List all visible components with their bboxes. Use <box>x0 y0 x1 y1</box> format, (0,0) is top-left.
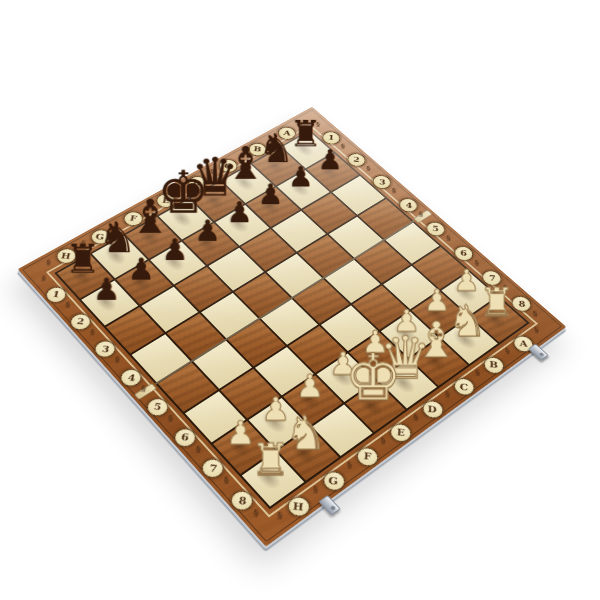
border-label-text: E <box>161 196 170 204</box>
piece-light-pawn-a7[interactable]: ♟ <box>454 267 481 295</box>
border-ornament: § <box>41 274 48 282</box>
chess-set-photo: ♜♟♟♜♞♟♟♞♝♟♟♝♛♟♟♛♚♟♟♚♝♟♟♞♟♟♞♜♟♟♜ AA11BB22… <box>0 0 600 600</box>
border-ornament: § <box>380 436 385 446</box>
border-ornament: § <box>253 507 259 518</box>
border-ornament: § <box>269 135 274 142</box>
border-label-text: 4 <box>127 372 136 382</box>
border-label-text: A <box>283 129 291 137</box>
border-ornament: § <box>446 234 451 242</box>
rank-label-ne-5: 5 <box>423 219 450 239</box>
border-label-text: 8 <box>238 495 247 507</box>
border-label-text: C <box>223 162 231 170</box>
rank-label-sw-7: 7 <box>198 455 229 482</box>
border-ornament: § <box>239 151 244 158</box>
border-label-text: 2 <box>76 316 85 326</box>
piece-dark-pawn-d2[interactable]: ♟ <box>227 199 253 226</box>
border-ornament: § <box>195 444 202 454</box>
border-ornament: § <box>533 309 538 317</box>
border-ornament: § <box>366 164 371 171</box>
piece-dark-pawn-e2[interactable]: ♟ <box>195 217 221 245</box>
board-scene: ♜♟♟♜♞♟♟♞♝♟♟♝♛♟♟♛♚♟♟♚♝♟♟♞♟♟♞♜♟♟♜ AA11BB22… <box>18 107 567 547</box>
file-label-se-D: D <box>418 397 448 422</box>
border-ornament: § <box>89 327 96 336</box>
border-label-text: 2 <box>353 156 360 164</box>
border-ornament: § <box>505 346 510 355</box>
border-label-text: 3 <box>379 178 386 186</box>
border-ornament: § <box>276 510 282 521</box>
border-ornament: § <box>475 368 480 377</box>
border-ornament: § <box>298 119 303 126</box>
file-label-se-E: E <box>385 420 415 446</box>
border-ornament: § <box>475 258 480 266</box>
piece-light-rook-h8[interactable]: ♜ <box>250 438 290 480</box>
piece-light-pawn-f7[interactable]: ♟ <box>296 371 325 401</box>
piece-light-knight-g8[interactable]: ♞ <box>284 411 326 456</box>
piece-dark-pawn-b2[interactable]: ♟ <box>289 164 314 191</box>
border-label-text: G <box>328 475 338 487</box>
border-label-text: 5 <box>433 224 440 233</box>
rank-label-sw-8: 8 <box>227 487 259 515</box>
piece-light-king-e8[interactable]: ♚ <box>344 347 402 408</box>
border-ornament: § <box>347 460 353 470</box>
file-label-se-H: H <box>283 492 315 520</box>
border-label-text: F <box>129 214 137 223</box>
file-label-se-G: G <box>318 467 349 494</box>
border-ornament: § <box>413 412 418 421</box>
border-label-text: 7 <box>209 463 218 474</box>
piece-dark-pawn-c2[interactable]: ♟ <box>258 181 283 208</box>
border-ornament: § <box>209 168 214 175</box>
border-label-text: 8 <box>518 299 525 308</box>
border-ornament: § <box>392 187 397 194</box>
piece-dark-pawn-f2[interactable]: ♟ <box>162 236 189 264</box>
border-label-text: D <box>192 179 201 187</box>
border-ornament: § <box>316 121 321 128</box>
border-label-text: B <box>253 145 262 153</box>
piece-dark-pawn-a2[interactable]: ♟ <box>318 147 343 173</box>
border-label-text: B <box>489 360 498 370</box>
border-label-text: E <box>396 427 405 438</box>
border-ornament: § <box>444 390 449 399</box>
rank-label-sw-3: 3 <box>91 337 120 361</box>
border-ornament: § <box>45 258 52 266</box>
border-label-text: A <box>519 339 527 349</box>
border-ornament: § <box>178 185 184 192</box>
border-ornament: § <box>341 142 346 149</box>
border-ornament: § <box>146 203 152 211</box>
border-ornament: § <box>419 210 424 217</box>
file-label-se-F: F <box>352 443 383 469</box>
border-label-text: 1 <box>328 134 335 142</box>
border-label-text: D <box>428 404 437 415</box>
border-label-text: 3 <box>101 344 110 354</box>
border-label-text: 6 <box>460 249 467 258</box>
border-ornament: § <box>534 326 539 335</box>
border-label-text: 5 <box>153 402 162 413</box>
border-label-text: 1 <box>52 290 61 299</box>
piece-dark-pawn-h2[interactable]: ♟ <box>93 275 120 304</box>
border-ornament: § <box>224 475 230 485</box>
rank-label-sw-1: 1 <box>42 283 70 305</box>
rank-label-sw-2: 2 <box>66 310 95 333</box>
border-ornament: § <box>168 413 175 423</box>
rank-label-ne-6: 6 <box>450 243 477 264</box>
border-ornament: § <box>312 484 318 494</box>
file-label-se-B: B <box>479 353 508 377</box>
border-label-text: H <box>293 500 305 512</box>
file-label-se-C: C <box>449 375 478 399</box>
chess-board: ♜♟♟♜♞♟♟♞♝♟♟♝♛♟♟♛♚♟♟♚♝♟♟♞♟♟♞♜♟♟♜ AA11BB22… <box>18 107 567 547</box>
border-label-text: 4 <box>405 201 412 209</box>
piece-dark-pawn-g2[interactable]: ♟ <box>128 255 155 284</box>
rank-label-sw-5: 5 <box>143 394 173 419</box>
border-label-text: C <box>459 381 467 391</box>
rank-label-sw-4: 4 <box>117 365 147 390</box>
border-ornament: § <box>115 355 122 364</box>
